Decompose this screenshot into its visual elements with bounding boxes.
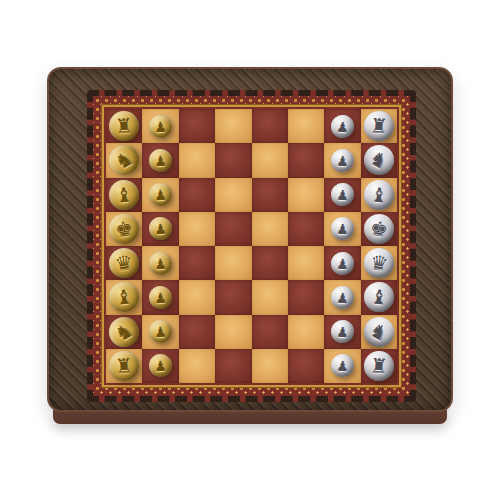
ornate-border: ♜♟♟♜♞♟♟♞♝♟♟♝♚♟♟♚♛♟♟♛♝♟♟♝♞♟♟♞♜♟♟♜	[87, 90, 416, 402]
gold-pinstripe-border: ♜♟♟♜♞♟♟♞♝♟♟♝♚♟♟♚♛♟♟♛♝♟♟♝♞♟♟♞♜♟♟♜	[102, 105, 401, 387]
square-b5[interactable]	[215, 315, 251, 349]
piece-white-king[interactable]: ♚	[361, 211, 396, 246]
piece-black-pawn[interactable]: ♟	[148, 183, 172, 207]
square-h7[interactable]: ♟	[142, 109, 178, 143]
square-h5[interactable]	[215, 109, 251, 143]
piece-white-bishop[interactable]: ♝	[363, 178, 396, 211]
pawn-glyph: ♟	[336, 359, 349, 374]
piece-black-rook[interactable]: ♜	[108, 350, 140, 382]
piece-black-rook[interactable]: ♜	[108, 110, 140, 142]
pawn-glyph: ♟	[154, 119, 167, 134]
square-a5[interactable]	[215, 349, 251, 383]
square-b3[interactable]	[288, 315, 324, 349]
queen-glyph: ♛	[114, 252, 135, 274]
square-g7[interactable]: ♟	[142, 143, 178, 177]
knight-glyph: ♞	[366, 147, 392, 173]
square-f3[interactable]	[288, 178, 324, 212]
square-f1[interactable]: ♝	[361, 178, 397, 212]
square-f7[interactable]: ♟	[142, 178, 178, 212]
square-c4[interactable]	[252, 280, 288, 314]
square-a6[interactable]	[179, 349, 215, 383]
square-g6[interactable]	[179, 143, 215, 177]
pawn-glyph: ♟	[336, 153, 349, 168]
king-glyph: ♚	[368, 217, 389, 240]
square-f8[interactable]: ♝	[106, 178, 142, 212]
square-a8[interactable]: ♜	[106, 349, 142, 383]
piece-black-pawn[interactable]: ♟	[148, 148, 172, 172]
piece-black-knight[interactable]: ♞	[104, 140, 145, 181]
piece-white-pawn[interactable]: ♟	[330, 251, 354, 275]
piece-black-bishop[interactable]: ♝	[108, 178, 141, 211]
piece-white-pawn[interactable]: ♟	[330, 217, 354, 241]
square-d4[interactable]	[252, 246, 288, 280]
piece-white-rook[interactable]: ♜	[363, 350, 395, 382]
bishop-glyph: ♝	[114, 184, 134, 205]
piece-white-rook[interactable]: ♜	[363, 110, 395, 142]
square-d3[interactable]	[288, 246, 324, 280]
square-d8[interactable]: ♛	[106, 246, 142, 280]
piece-black-queen[interactable]: ♛	[107, 246, 141, 280]
square-b8[interactable]: ♞	[106, 315, 142, 349]
square-g3[interactable]	[288, 143, 324, 177]
bishop-glyph: ♝	[369, 184, 389, 205]
square-e2[interactable]: ♟	[324, 212, 360, 246]
square-b6[interactable]	[179, 315, 215, 349]
square-e4[interactable]	[252, 212, 288, 246]
square-h6[interactable]	[179, 109, 215, 143]
square-g4[interactable]	[252, 143, 288, 177]
pawn-glyph: ♟	[154, 187, 167, 202]
square-c7[interactable]: ♟	[142, 280, 178, 314]
bishop-glyph: ♝	[369, 287, 389, 308]
square-b7[interactable]: ♟	[142, 315, 178, 349]
pawn-glyph: ♟	[336, 187, 349, 202]
piece-white-pawn[interactable]: ♟	[330, 114, 354, 138]
square-h4[interactable]	[252, 109, 288, 143]
square-e7[interactable]: ♟	[142, 212, 178, 246]
piece-black-pawn[interactable]: ♟	[148, 285, 172, 309]
square-c6[interactable]	[179, 280, 215, 314]
king-glyph: ♚	[114, 217, 135, 240]
rook-glyph: ♜	[115, 355, 134, 376]
square-b1[interactable]: ♞	[361, 315, 397, 349]
square-c3[interactable]	[288, 280, 324, 314]
knight-glyph: ♞	[366, 318, 392, 344]
square-g5[interactable]	[215, 143, 251, 177]
square-c1[interactable]: ♝	[361, 280, 397, 314]
square-f5[interactable]	[215, 178, 251, 212]
pawn-glyph: ♟	[154, 153, 167, 168]
piece-black-pawn[interactable]: ♟	[148, 114, 172, 138]
square-d6[interactable]	[179, 246, 215, 280]
piece-black-pawn[interactable]: ♟	[148, 251, 172, 275]
piece-black-bishop[interactable]: ♝	[108, 281, 141, 314]
pawn-glyph: ♟	[154, 359, 167, 374]
knight-glyph: ♞	[111, 147, 137, 173]
square-a1[interactable]: ♜	[361, 349, 397, 383]
pawn-glyph: ♟	[336, 324, 349, 339]
piece-white-bishop[interactable]: ♝	[363, 281, 396, 314]
square-c5[interactable]	[215, 280, 251, 314]
knight-glyph: ♞	[111, 318, 137, 344]
square-g8[interactable]: ♞	[106, 143, 142, 177]
square-h3[interactable]	[288, 109, 324, 143]
square-c8[interactable]: ♝	[106, 280, 142, 314]
piece-black-pawn[interactable]: ♟	[148, 320, 172, 344]
pawn-glyph: ♟	[336, 119, 349, 134]
pawn-glyph: ♟	[336, 222, 349, 237]
square-d2[interactable]: ♟	[324, 246, 360, 280]
board-frame: ♜♟♟♜♞♟♟♞♝♟♟♝♚♟♟♚♛♟♟♛♝♟♟♝♞♟♟♞♜♟♟♜	[47, 67, 453, 412]
square-h1[interactable]: ♜	[361, 109, 397, 143]
square-e1[interactable]: ♚	[361, 212, 397, 246]
pawn-glyph: ♟	[154, 222, 167, 237]
piece-white-knight[interactable]: ♞	[358, 140, 399, 181]
piece-black-knight[interactable]: ♞	[104, 311, 145, 352]
piece-black-king[interactable]: ♚	[107, 211, 142, 246]
square-f4[interactable]	[252, 178, 288, 212]
bishop-glyph: ♝	[114, 287, 134, 308]
piece-white-pawn[interactable]: ♟	[330, 354, 354, 378]
piece-black-pawn[interactable]: ♟	[148, 217, 172, 241]
chess-board[interactable]: ♜♟♟♜♞♟♟♞♝♟♟♝♚♟♟♚♛♟♟♛♝♟♟♝♞♟♟♞♜♟♟♜	[106, 109, 397, 383]
pawn-glyph: ♟	[154, 324, 167, 339]
square-h8[interactable]: ♜	[106, 109, 142, 143]
square-e8[interactable]: ♚	[106, 212, 142, 246]
photo-background: ♜♟♟♜♞♟♟♞♝♟♟♝♚♟♟♚♛♟♟♛♝♟♟♝♞♟♟♞♜♟♟♜	[0, 0, 480, 480]
square-b2[interactable]: ♟	[324, 315, 360, 349]
square-g1[interactable]: ♞	[361, 143, 397, 177]
square-e6[interactable]	[179, 212, 215, 246]
piece-white-pawn[interactable]: ♟	[330, 285, 354, 309]
square-d5[interactable]	[215, 246, 251, 280]
piece-white-queen[interactable]: ♛	[362, 246, 396, 280]
rook-glyph: ♜	[369, 116, 388, 137]
square-a2[interactable]: ♟	[324, 349, 360, 383]
pawn-glyph: ♟	[336, 290, 349, 305]
square-b4[interactable]	[252, 315, 288, 349]
square-d7[interactable]: ♟	[142, 246, 178, 280]
square-a7[interactable]: ♟	[142, 349, 178, 383]
pawn-glyph: ♟	[336, 256, 349, 271]
rook-glyph: ♜	[115, 116, 134, 137]
square-d1[interactable]: ♛	[361, 246, 397, 280]
square-c2[interactable]: ♟	[324, 280, 360, 314]
piece-white-pawn[interactable]: ♟	[330, 148, 354, 172]
square-e5[interactable]	[215, 212, 251, 246]
square-f6[interactable]	[179, 178, 215, 212]
square-f2[interactable]: ♟	[324, 178, 360, 212]
square-a4[interactable]	[252, 349, 288, 383]
square-e3[interactable]	[288, 212, 324, 246]
piece-white-pawn[interactable]: ♟	[330, 320, 354, 344]
square-a3[interactable]	[288, 349, 324, 383]
piece-white-pawn[interactable]: ♟	[330, 183, 354, 207]
pawn-glyph: ♟	[154, 290, 167, 305]
pawn-glyph: ♟	[154, 256, 167, 271]
square-g2[interactable]: ♟	[324, 143, 360, 177]
piece-black-pawn[interactable]: ♟	[148, 354, 172, 378]
square-h2[interactable]: ♟	[324, 109, 360, 143]
queen-glyph: ♛	[369, 252, 390, 274]
piece-white-knight[interactable]: ♞	[358, 311, 399, 352]
rook-glyph: ♜	[369, 355, 388, 376]
